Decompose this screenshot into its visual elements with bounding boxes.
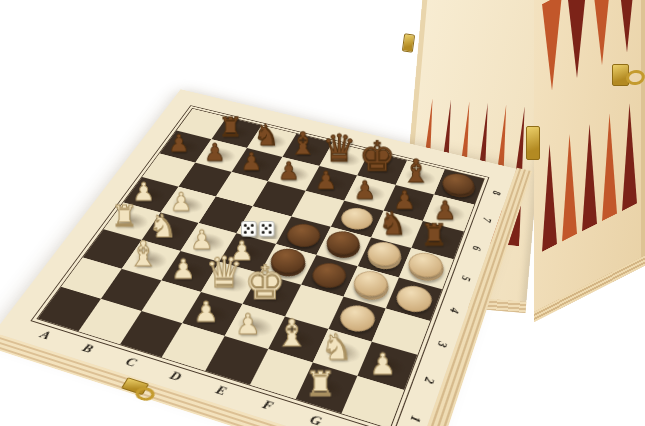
dark-king: ♚ — [359, 136, 396, 177]
light-checker — [337, 205, 377, 233]
dark-knight: ♞ — [378, 208, 407, 240]
backgammon-point-maroon — [542, 140, 557, 252]
die-pip — [244, 227, 247, 230]
backgammon-point-maroon — [617, 0, 637, 58]
die-pip — [261, 231, 264, 234]
light-king: ♚ — [245, 259, 287, 306]
dark-rook: ♜ — [420, 220, 447, 250]
dark-rook: ♜ — [219, 114, 243, 141]
dark-pawn: ♟ — [278, 158, 300, 182]
light-pawn: ♟ — [369, 349, 395, 378]
dark-pawn: ♟ — [315, 168, 337, 193]
light-checker — [405, 250, 446, 281]
dark-pawn: ♟ — [204, 140, 225, 164]
backgammon-point-orange — [592, 0, 612, 70]
dark-knight: ♞ — [253, 121, 279, 150]
die-pip — [250, 231, 253, 234]
plywood-edge — [534, 255, 645, 322]
dark-pawn: ♟ — [241, 149, 263, 173]
board-front-clasp-ring-icon — [133, 385, 158, 403]
light-checker — [363, 239, 404, 269]
backgammon-point-orange — [542, 0, 562, 96]
light-bishop: ♝ — [275, 314, 309, 352]
dark-pawn: ♟ — [169, 131, 190, 155]
light-pawn: ♟ — [193, 298, 218, 326]
die-pip — [244, 231, 247, 234]
dark-checker — [322, 228, 363, 258]
light-rook: ♜ — [305, 367, 336, 402]
dark-checker — [308, 260, 351, 291]
dark-queen: ♛ — [323, 130, 357, 168]
die-showing-5 — [258, 221, 274, 237]
die-pip — [247, 227, 250, 230]
die-pip — [268, 227, 271, 230]
dark-pawn: ♟ — [354, 177, 376, 202]
light-knight: ♞ — [320, 329, 352, 365]
backgammon-point-maroon — [622, 100, 637, 212]
die-pip — [261, 227, 264, 230]
board-front-clasp-icon — [121, 377, 149, 395]
light-pawn: ♟ — [235, 310, 260, 338]
die-pip — [265, 231, 268, 234]
backgammon-right-bottom-points-row — [542, 100, 637, 252]
die-pip — [265, 227, 268, 230]
backgammon-right-panel — [534, 0, 645, 322]
box-fold-hinge-icon — [526, 126, 540, 160]
light-rook: ♜ — [112, 202, 139, 232]
die-pip — [268, 231, 271, 234]
product-photo-scene: Wooden folding 3-in-1 game set photo: ch… — [0, 0, 645, 426]
backgammon-point-orange — [602, 110, 617, 222]
light-queen: ♛ — [205, 251, 244, 294]
backgammon-point-orange — [562, 130, 577, 242]
backgammon-point-maroon — [582, 120, 597, 232]
dark-checker — [283, 221, 324, 250]
die-pip — [247, 231, 250, 234]
dice-pair — [240, 221, 274, 237]
light-bishop: ♝ — [128, 236, 159, 271]
backgammon-point-maroon — [567, 0, 587, 83]
box-left-clasp-icon — [402, 33, 415, 52]
light-pawn: ♟ — [171, 255, 195, 282]
light-checker — [393, 283, 436, 316]
die-pip — [250, 227, 253, 230]
dark-bishop: ♝ — [402, 155, 431, 187]
dark-bishop: ♝ — [289, 127, 317, 158]
die-showing-5 — [240, 221, 256, 237]
